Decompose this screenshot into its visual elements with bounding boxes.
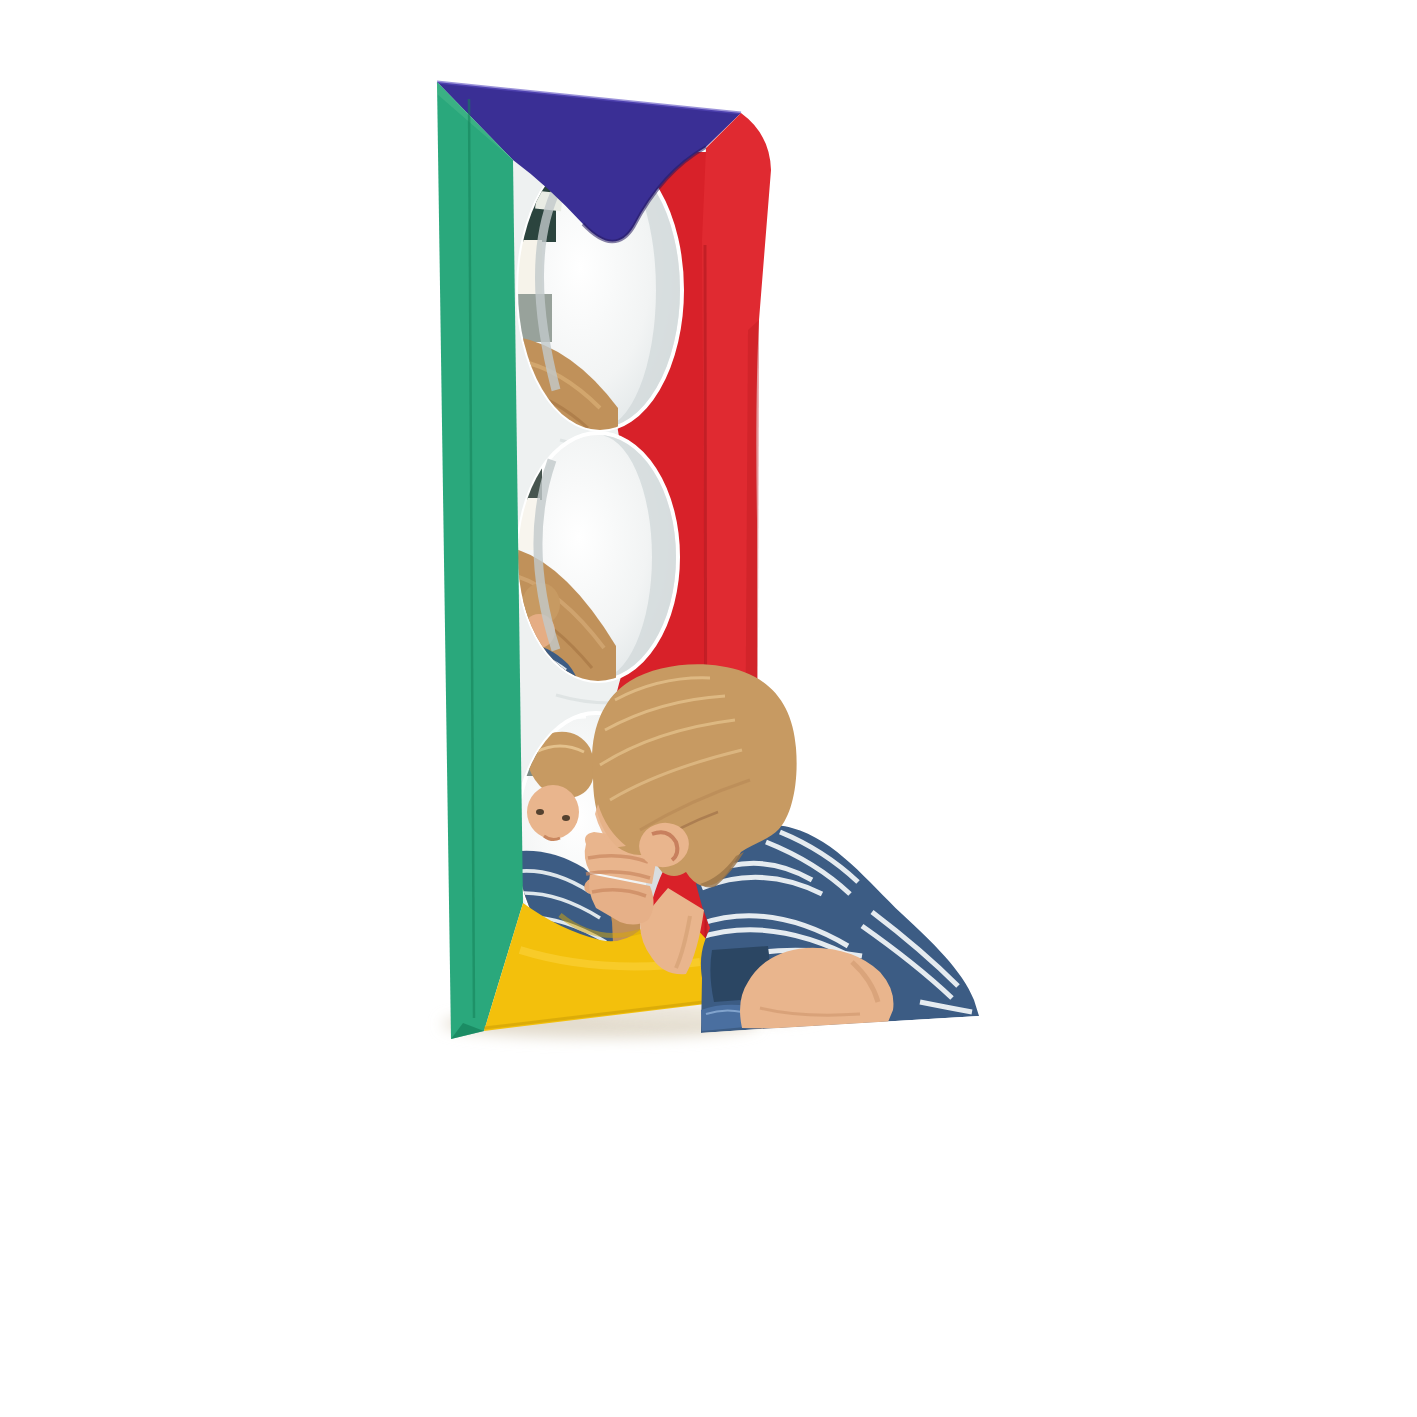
reflected-child-face bbox=[527, 785, 579, 839]
bubble-mirror-product-photo bbox=[0, 0, 1417, 1417]
frame-pad-left bbox=[437, 82, 523, 1039]
product-photo-canvas bbox=[0, 0, 1417, 1417]
reflected-eye bbox=[536, 809, 544, 815]
reflected-eye bbox=[562, 815, 570, 821]
